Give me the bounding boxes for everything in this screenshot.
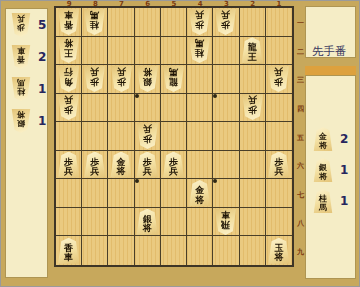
hand-count: 2 — [38, 50, 46, 64]
tray-divider-strip — [305, 66, 356, 75]
square-6五[interactable]: 歩兵 — [135, 122, 161, 151]
piece-kanji: 将 — [274, 253, 283, 263]
square-9八[interactable] — [56, 208, 82, 237]
piece-kanji: 角 — [64, 76, 73, 86]
rank-label-七: 七 — [297, 190, 304, 200]
piece-kanji: 龍 — [169, 76, 178, 86]
square-5七[interactable] — [161, 179, 187, 208]
hand-item-gote-lance[interactable]: 香車2 — [11, 45, 47, 69]
piece-kanji: 桂 — [17, 87, 25, 96]
piece-kanji: 将 — [319, 173, 327, 182]
piece-kanji: 王 — [248, 53, 257, 63]
piece-kanji: 歩 — [17, 23, 25, 32]
square-7四[interactable] — [108, 94, 134, 123]
square-6四[interactable] — [135, 94, 161, 123]
piece-kanji: 将 — [64, 38, 73, 48]
square-9九[interactable]: 香車 — [56, 236, 82, 265]
square-3三[interactable] — [213, 65, 239, 94]
square-8二[interactable] — [82, 37, 108, 66]
square-8八[interactable] — [82, 208, 108, 237]
square-4八[interactable] — [187, 208, 213, 237]
piece-kanji: 銀 — [143, 76, 152, 86]
square-5五[interactable] — [161, 122, 187, 151]
piece-kanji: 車 — [221, 210, 230, 220]
turn-indicator-panel: 先手番 — [305, 6, 356, 58]
square-1二[interactable] — [266, 37, 292, 66]
piece-kanji: 歩 — [143, 133, 152, 143]
file-label-9: 9 — [67, 0, 72, 8]
square-6八[interactable]: 銀将 — [135, 208, 161, 237]
square-9六[interactable]: 歩兵 — [56, 151, 82, 180]
square-3五[interactable] — [213, 122, 239, 151]
piece-kanji: 兵 — [221, 10, 230, 20]
hand-count: 1 — [38, 114, 46, 128]
piece-gote-knight[interactable]: 桂馬 — [188, 37, 211, 63]
square-6七[interactable] — [135, 179, 161, 208]
square-4五[interactable] — [187, 122, 213, 151]
piece-kanji: 香 — [17, 55, 25, 64]
piece-kanji: 兵 — [143, 124, 152, 134]
file-label-5: 5 — [172, 0, 177, 8]
square-1三[interactable]: 歩兵 — [266, 65, 292, 94]
square-6二[interactable] — [135, 37, 161, 66]
piece-kanji: 桂 — [195, 48, 204, 58]
square-3六[interactable] — [213, 151, 239, 180]
piece-kanji: 銀 — [17, 119, 25, 128]
piece-gote-pawn[interactable]: 歩兵 — [83, 66, 106, 92]
square-8三[interactable]: 歩兵 — [82, 65, 108, 94]
piece-gote-rook[interactable]: 飛車 — [214, 209, 237, 235]
file-label-1: 1 — [276, 0, 281, 8]
file-label-3: 3 — [224, 0, 229, 8]
piece-gote-pawn[interactable]: 歩兵 — [241, 94, 264, 120]
piece-kanji: 兵 — [64, 167, 73, 177]
piece-kanji: 将 — [143, 67, 152, 77]
piece-kanji: 車 — [17, 46, 25, 55]
piece-gote-pawn[interactable]: 歩兵 — [214, 9, 237, 35]
piece-sente-gold[interactable]: 金将 — [110, 152, 133, 178]
hand-count: 5 — [38, 18, 46, 32]
square-2二[interactable]: 龍王 — [240, 37, 266, 66]
piece-sente-pawn[interactable]: 歩兵 — [162, 152, 185, 178]
piece-gote-pawn[interactable]: 歩兵 — [110, 66, 133, 92]
piece-gote-pawn[interactable]: 歩兵 — [267, 66, 290, 92]
square-5一[interactable] — [161, 8, 187, 37]
piece-sente-pawn[interactable]: 歩兵 — [83, 152, 106, 178]
star-point — [135, 179, 139, 183]
file-label-7: 7 — [119, 0, 124, 8]
piece-gote-pawn[interactable]: 歩兵 — [11, 13, 31, 37]
piece-kanji: 将 — [117, 167, 126, 177]
square-6九[interactable] — [135, 236, 161, 265]
piece-kanji: 将 — [195, 196, 204, 206]
rank-label-二: 二 — [297, 47, 304, 57]
square-8一[interactable]: 桂馬 — [82, 8, 108, 37]
piece-kanji: 歩 — [274, 76, 283, 86]
hand-item-gote-pawn[interactable]: 歩兵5 — [11, 13, 47, 37]
piece-sente-knight[interactable]: 桂馬 — [313, 189, 333, 213]
hand-count: 1 — [340, 163, 348, 177]
piece-sente-gold[interactable]: 金将 — [313, 127, 333, 151]
square-7七[interactable] — [108, 179, 134, 208]
square-4七[interactable]: 金将 — [187, 179, 213, 208]
rank-label-八: 八 — [297, 218, 304, 228]
square-4三[interactable] — [187, 65, 213, 94]
rank-label-一: 一 — [297, 18, 304, 28]
square-7三[interactable]: 歩兵 — [108, 65, 134, 94]
square-9七[interactable] — [56, 179, 82, 208]
square-9二[interactable]: 王将 — [56, 37, 82, 66]
square-1一[interactable] — [266, 8, 292, 37]
square-8七[interactable] — [82, 179, 108, 208]
rank-label-六: 六 — [297, 161, 304, 171]
square-5九[interactable] — [161, 236, 187, 265]
hand-count: 1 — [340, 194, 348, 208]
hand-item-gote-knight[interactable]: 桂馬1 — [11, 77, 47, 101]
piece-gote-knight[interactable]: 桂馬 — [83, 9, 106, 35]
square-4一[interactable]: 歩兵 — [187, 8, 213, 37]
piece-kanji: 馬 — [319, 204, 327, 213]
rank-label-五: 五 — [297, 133, 304, 143]
rank-label-九: 九 — [297, 247, 304, 257]
piece-kanji: 行 — [64, 67, 73, 77]
piece-gote-pawn[interactable]: 歩兵 — [188, 9, 211, 35]
piece-kanji: 兵 — [274, 167, 283, 177]
file-label-8: 8 — [93, 0, 98, 8]
piece-gote-pawn[interactable]: 歩兵 — [136, 123, 159, 149]
piece-gote-lance[interactable]: 香車 — [57, 9, 80, 35]
piece-sente-gold[interactable]: 金将 — [188, 180, 211, 206]
piece-kanji: 将 — [143, 224, 152, 234]
piece-kanji: 桂 — [90, 19, 99, 29]
piece-kanji: 馬 — [90, 10, 99, 20]
piece-gote-silver[interactable]: 銀将 — [136, 66, 159, 92]
piece-kanji: 兵 — [169, 167, 178, 177]
hand-count: 1 — [38, 82, 46, 96]
square-5四[interactable] — [161, 94, 187, 123]
square-1八[interactable] — [266, 208, 292, 237]
piece-sente-silver[interactable]: 銀将 — [136, 209, 159, 235]
hand-item-gote-silver[interactable]: 銀将1 — [11, 109, 47, 133]
square-3七[interactable] — [213, 179, 239, 208]
square-9五[interactable] — [56, 122, 82, 151]
square-6一[interactable] — [135, 8, 161, 37]
rank-label-三: 三 — [297, 75, 304, 85]
square-9四[interactable]: 歩兵 — [56, 94, 82, 123]
square-5六[interactable]: 歩兵 — [161, 151, 187, 180]
piece-kanji: 歩 — [195, 19, 204, 29]
piece-kanji: 兵 — [17, 14, 25, 23]
square-8四[interactable] — [82, 94, 108, 123]
hand-item-sente-gold[interactable]: 金将2 — [313, 127, 355, 151]
square-2三[interactable] — [240, 65, 266, 94]
square-7八[interactable] — [108, 208, 134, 237]
piece-kanji: 香 — [64, 19, 73, 29]
square-2四[interactable]: 歩兵 — [240, 94, 266, 123]
piece-gote-king[interactable]: 王将 — [57, 37, 80, 63]
star-point — [135, 94, 139, 98]
square-7一[interactable] — [108, 8, 134, 37]
piece-kanji: 歩 — [221, 19, 230, 29]
piece-kanji: 馬 — [195, 38, 204, 48]
square-7九[interactable] — [108, 236, 134, 265]
piece-kanji: 車 — [64, 10, 73, 20]
piece-gote-knight[interactable]: 桂馬 — [11, 77, 31, 101]
piece-kanji: 馬 — [169, 67, 178, 77]
hand-item-sente-knight[interactable]: 桂馬1 — [313, 189, 355, 213]
piece-kanji: 歩 — [248, 105, 257, 115]
square-3八[interactable]: 飛車 — [213, 208, 239, 237]
piece-gote-bishop[interactable]: 角行 — [57, 66, 80, 92]
square-9一[interactable]: 香車 — [56, 8, 82, 37]
hand-item-sente-silver[interactable]: 銀将1 — [313, 158, 355, 182]
square-2九[interactable] — [240, 236, 266, 265]
piece-sente-pawn[interactable]: 歩兵 — [136, 152, 159, 178]
piece-kanji: 兵 — [143, 167, 152, 177]
square-1四[interactable] — [266, 94, 292, 123]
shogi-board: 香車桂馬歩兵歩兵王将桂馬龍王角行歩兵歩兵銀将龍馬歩兵歩兵歩兵歩兵歩兵歩兵金将歩兵… — [54, 6, 294, 267]
piece-kanji: 兵 — [248, 95, 257, 105]
file-label-2: 2 — [250, 0, 255, 8]
piece-kanji: 兵 — [117, 67, 126, 77]
sente-captured-tray: 金将2銀将1桂馬1 — [305, 75, 356, 279]
square-4九[interactable] — [187, 236, 213, 265]
square-8五[interactable] — [82, 122, 108, 151]
square-1五[interactable] — [266, 122, 292, 151]
square-3二[interactable] — [213, 37, 239, 66]
star-point — [213, 179, 217, 183]
piece-kanji: 兵 — [90, 167, 99, 177]
piece-sente-promoted-rook[interactable]: 龍王 — [241, 37, 264, 63]
piece-gote-pawn[interactable]: 歩兵 — [57, 94, 80, 120]
piece-sente-king[interactable]: 玉将 — [267, 238, 290, 264]
square-5八[interactable] — [161, 208, 187, 237]
hand-count: 2 — [340, 132, 348, 146]
square-2一[interactable] — [240, 8, 266, 37]
piece-sente-lance[interactable]: 香車 — [57, 238, 80, 264]
piece-kanji: 車 — [64, 253, 73, 263]
square-1九[interactable]: 玉将 — [266, 236, 292, 265]
square-4二[interactable]: 桂馬 — [187, 37, 213, 66]
square-2八[interactable] — [240, 208, 266, 237]
turn-indicator-label: 先手番 — [312, 44, 347, 59]
square-5二[interactable] — [161, 37, 187, 66]
piece-kanji: 兵 — [195, 10, 204, 20]
square-6六[interactable]: 歩兵 — [135, 151, 161, 180]
piece-sente-silver[interactable]: 銀将 — [313, 158, 333, 182]
square-8六[interactable]: 歩兵 — [82, 151, 108, 180]
square-6三[interactable]: 銀将 — [135, 65, 161, 94]
piece-kanji: 歩 — [64, 105, 73, 115]
square-3一[interactable]: 歩兵 — [213, 8, 239, 37]
piece-kanji: 王 — [64, 48, 73, 58]
piece-kanji: 歩 — [90, 76, 99, 86]
gote-captured-tray: 歩兵5香車2桂馬1銀将1 — [5, 8, 48, 278]
piece-kanji: 兵 — [90, 67, 99, 77]
square-3九[interactable] — [213, 236, 239, 265]
square-7五[interactable] — [108, 122, 134, 151]
piece-gote-silver[interactable]: 銀将 — [11, 109, 31, 133]
square-2七[interactable] — [240, 179, 266, 208]
file-label-4: 4 — [198, 0, 203, 8]
piece-kanji: 将 — [17, 110, 25, 119]
piece-gote-lance[interactable]: 香車 — [11, 45, 31, 69]
piece-kanji: 歩 — [117, 76, 126, 86]
square-3四[interactable] — [213, 94, 239, 123]
star-point — [213, 94, 217, 98]
square-1七[interactable] — [266, 179, 292, 208]
shogi-app-window: 歩兵5香車2桂馬1銀将1 香車桂馬歩兵歩兵王将桂馬龍王角行歩兵歩兵銀将龍馬歩兵歩… — [0, 0, 360, 287]
square-9三[interactable]: 角行 — [56, 65, 82, 94]
piece-sente-pawn[interactable]: 歩兵 — [57, 152, 80, 178]
square-8九[interactable] — [82, 236, 108, 265]
file-label-6: 6 — [145, 0, 150, 8]
square-1六[interactable]: 歩兵 — [266, 151, 292, 180]
piece-kanji: 飛 — [221, 219, 230, 229]
square-7六[interactable]: 金将 — [108, 151, 134, 180]
square-7二[interactable] — [108, 37, 134, 66]
piece-kanji: 兵 — [64, 95, 73, 105]
piece-kanji: 兵 — [274, 67, 283, 77]
piece-sente-pawn[interactable]: 歩兵 — [267, 152, 290, 178]
square-4四[interactable] — [187, 94, 213, 123]
square-2五[interactable] — [240, 122, 266, 151]
piece-kanji: 馬 — [17, 78, 25, 87]
square-4六[interactable] — [187, 151, 213, 180]
square-5三[interactable]: 龍馬 — [161, 65, 187, 94]
piece-gote-promoted-bishop[interactable]: 龍馬 — [162, 66, 185, 92]
square-2六[interactable] — [240, 151, 266, 180]
piece-kanji: 将 — [319, 142, 327, 151]
rank-label-四: 四 — [297, 104, 304, 114]
